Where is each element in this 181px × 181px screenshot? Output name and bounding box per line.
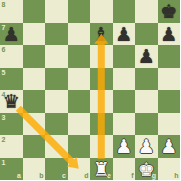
file-label-d: d [84,172,88,179]
square-a6[interactable]: 6 [0,45,23,68]
square-d7[interactable] [68,23,91,46]
rank-label-1: 1 [2,159,6,166]
square-f5[interactable] [113,68,136,91]
square-g2[interactable]: ♟ [135,135,158,158]
square-a8[interactable]: 8 [0,0,23,23]
black-bishop[interactable]: ♝ [90,23,113,46]
square-d4[interactable] [68,90,91,113]
square-a5[interactable]: 5 [0,68,23,91]
square-a7[interactable]: 7♟ [0,23,23,46]
black-pawn[interactable]: ♟ [158,23,181,46]
square-c5[interactable] [45,68,68,91]
black-king[interactable]: ♚ [158,0,181,23]
square-d3[interactable] [68,113,91,136]
white-rook[interactable]: ♜ [90,158,113,181]
square-g8[interactable] [135,0,158,23]
square-e7[interactable]: ♝ [90,23,113,46]
square-b1[interactable]: b [23,158,46,181]
square-b4[interactable] [23,90,46,113]
square-e6[interactable] [90,45,113,68]
file-label-c: c [62,172,66,179]
square-g3[interactable] [135,113,158,136]
square-d8[interactable] [68,0,91,23]
square-h1[interactable]: h [158,158,181,181]
black-pawn[interactable]: ♟ [113,23,136,46]
square-c2[interactable] [45,135,68,158]
square-e1[interactable]: e♜ [90,158,113,181]
square-c4[interactable] [45,90,68,113]
square-f2[interactable]: ♟ [113,135,136,158]
square-h8[interactable]: ♚ [158,0,181,23]
square-h6[interactable] [158,45,181,68]
rank-label-2: 2 [2,136,6,143]
square-b6[interactable] [23,45,46,68]
white-pawn[interactable]: ♟ [135,135,158,158]
square-c7[interactable] [45,23,68,46]
square-h2[interactable]: ♟ [158,135,181,158]
square-b3[interactable] [23,113,46,136]
file-label-f: f [131,172,133,179]
square-f1[interactable]: f [113,158,136,181]
square-a3[interactable]: 3 [0,113,23,136]
square-d2[interactable] [68,135,91,158]
square-c6[interactable] [45,45,68,68]
rank-label-6: 6 [2,46,6,53]
black-pawn[interactable]: ♟ [0,23,23,46]
square-f8[interactable] [113,0,136,23]
square-f7[interactable]: ♟ [113,23,136,46]
square-g4[interactable] [135,90,158,113]
square-e4[interactable] [90,90,113,113]
square-g6[interactable]: ♟ [135,45,158,68]
square-b8[interactable] [23,0,46,23]
square-d5[interactable] [68,68,91,91]
square-f4[interactable] [113,90,136,113]
white-king[interactable]: ♚ [135,158,158,181]
white-pawn[interactable]: ♟ [158,135,181,158]
rank-label-5: 5 [2,69,6,76]
file-label-a: a [17,172,21,179]
square-h7[interactable]: ♟ [158,23,181,46]
file-label-h: h [174,172,178,179]
square-c1[interactable]: c [45,158,68,181]
square-f3[interactable] [113,113,136,136]
square-h3[interactable] [158,113,181,136]
rank-label-8: 8 [2,1,6,8]
square-h4[interactable] [158,90,181,113]
black-queen[interactable]: ♛ [0,90,23,113]
square-a4[interactable]: 4♛ [0,90,23,113]
square-d6[interactable] [68,45,91,68]
square-g1[interactable]: g♚ [135,158,158,181]
white-pawn[interactable]: ♟ [113,135,136,158]
square-e2[interactable] [90,135,113,158]
square-c8[interactable] [45,0,68,23]
square-f6[interactable] [113,45,136,68]
square-g7[interactable] [135,23,158,46]
square-d1[interactable]: d [68,158,91,181]
square-e8[interactable] [90,0,113,23]
chess-app: 8♚7♟♝♟♟6♟54♛32♟♟♟1abcde♜fg♚h [0,0,180,180]
square-a1[interactable]: 1a [0,158,23,181]
square-a2[interactable]: 2 [0,135,23,158]
black-pawn[interactable]: ♟ [135,45,158,68]
square-e3[interactable] [90,113,113,136]
square-c3[interactable] [45,113,68,136]
chess-board[interactable]: 8♚7♟♝♟♟6♟54♛32♟♟♟1abcde♜fg♚h [0,0,180,180]
square-h5[interactable] [158,68,181,91]
file-label-b: b [39,172,43,179]
square-b5[interactable] [23,68,46,91]
rank-label-3: 3 [2,114,6,121]
square-g5[interactable] [135,68,158,91]
square-b7[interactable] [23,23,46,46]
square-e5[interactable] [90,68,113,91]
square-b2[interactable] [23,135,46,158]
